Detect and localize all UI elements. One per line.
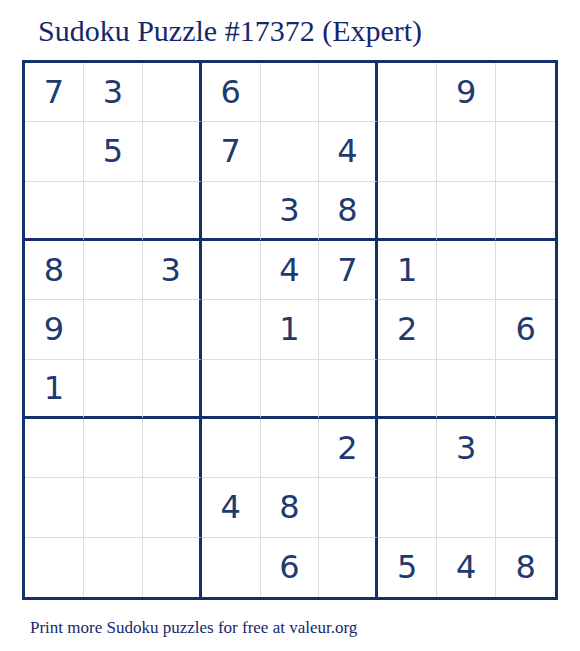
sudoku-cell-r6c8[interactable] (437, 360, 496, 419)
footer-text: Print more Sudoku puzzles for free at va… (30, 617, 357, 639)
sudoku-cell-r7c7[interactable] (378, 419, 437, 478)
sudoku-cell-r4c8[interactable] (437, 241, 496, 300)
sudoku-cell-r4c2[interactable] (84, 241, 143, 300)
sudoku-cell-r7c3[interactable] (143, 419, 202, 478)
sudoku-cell-r1c3[interactable] (143, 63, 202, 122)
sudoku-cell-r1c2: 3 (84, 63, 143, 122)
sudoku-cell-r2c4: 7 (202, 122, 261, 181)
sudoku-cell-r1c4: 6 (202, 63, 261, 122)
sudoku-cell-r4c7: 1 (378, 241, 437, 300)
sudoku-cell-r8c5: 8 (261, 478, 320, 537)
sudoku-cell-r1c8: 9 (437, 63, 496, 122)
sudoku-cell-r5c4[interactable] (202, 300, 261, 359)
sudoku-cell-r5c9: 6 (496, 300, 555, 359)
sudoku-cell-r5c8[interactable] (437, 300, 496, 359)
sudoku-cell-r2c2: 5 (84, 122, 143, 181)
sudoku-cell-r9c6[interactable] (319, 538, 378, 597)
sudoku-cell-r2c8[interactable] (437, 122, 496, 181)
sudoku-cell-r4c5: 4 (261, 241, 320, 300)
sudoku-cell-r1c5[interactable] (261, 63, 320, 122)
sudoku-cell-r9c5: 6 (261, 538, 320, 597)
sudoku-cell-r3c5: 3 (261, 182, 320, 241)
sudoku-cell-r3c7[interactable] (378, 182, 437, 241)
sudoku-cell-r8c3[interactable] (143, 478, 202, 537)
sudoku-cell-r1c9[interactable] (496, 63, 555, 122)
sudoku-cell-r2c9[interactable] (496, 122, 555, 181)
sudoku-cell-r2c3[interactable] (143, 122, 202, 181)
sudoku-cell-r7c8: 3 (437, 419, 496, 478)
sudoku-cell-r7c9[interactable] (496, 419, 555, 478)
sudoku-cell-r9c3[interactable] (143, 538, 202, 597)
sudoku-cell-r3c3[interactable] (143, 182, 202, 241)
sudoku-cell-r9c8: 4 (437, 538, 496, 597)
sudoku-cell-r4c3: 3 (143, 241, 202, 300)
sudoku-cell-r3c2[interactable] (84, 182, 143, 241)
sudoku-cell-r8c6[interactable] (319, 478, 378, 537)
sudoku-grid: 736957438834719126123486548 (22, 60, 558, 600)
sudoku-cell-r2c7[interactable] (378, 122, 437, 181)
sudoku-cell-r9c7: 5 (378, 538, 437, 597)
sudoku-cell-r7c4[interactable] (202, 419, 261, 478)
sudoku-cell-r2c1[interactable] (25, 122, 84, 181)
sudoku-cell-r6c1: 1 (25, 360, 84, 419)
sudoku-cell-r7c6: 2 (319, 419, 378, 478)
sudoku-cell-r9c2[interactable] (84, 538, 143, 597)
sudoku-cell-r8c1[interactable] (25, 478, 84, 537)
sudoku-cell-r8c9[interactable] (496, 478, 555, 537)
sudoku-cell-r4c4[interactable] (202, 241, 261, 300)
sudoku-cell-r1c6[interactable] (319, 63, 378, 122)
sudoku-cell-r6c7[interactable] (378, 360, 437, 419)
sudoku-cell-r8c4: 4 (202, 478, 261, 537)
sudoku-cell-r6c6[interactable] (319, 360, 378, 419)
sudoku-cell-r6c3[interactable] (143, 360, 202, 419)
sudoku-cell-r8c8[interactable] (437, 478, 496, 537)
sudoku-cell-r4c6: 7 (319, 241, 378, 300)
sudoku-cell-r6c5[interactable] (261, 360, 320, 419)
sudoku-cell-r4c9[interactable] (496, 241, 555, 300)
sudoku-page: Sudoku Puzzle #17372 (Expert) 7369574388… (0, 0, 580, 651)
sudoku-cell-r9c4[interactable] (202, 538, 261, 597)
sudoku-cell-r5c1: 9 (25, 300, 84, 359)
sudoku-cell-r1c7[interactable] (378, 63, 437, 122)
sudoku-cell-r1c1: 7 (25, 63, 84, 122)
sudoku-cell-r3c4[interactable] (202, 182, 261, 241)
sudoku-cell-r5c2[interactable] (84, 300, 143, 359)
sudoku-cell-r8c2[interactable] (84, 478, 143, 537)
sudoku-cell-r3c8[interactable] (437, 182, 496, 241)
sudoku-cell-r7c5[interactable] (261, 419, 320, 478)
sudoku-cell-r5c3[interactable] (143, 300, 202, 359)
sudoku-cell-r4c1: 8 (25, 241, 84, 300)
sudoku-cell-r3c6: 8 (319, 182, 378, 241)
sudoku-cell-r5c6[interactable] (319, 300, 378, 359)
page-title: Sudoku Puzzle #17372 (Expert) (38, 16, 422, 46)
sudoku-cell-r9c9: 8 (496, 538, 555, 597)
sudoku-cell-r5c7: 2 (378, 300, 437, 359)
sudoku-cell-r3c1[interactable] (25, 182, 84, 241)
sudoku-cell-r7c1[interactable] (25, 419, 84, 478)
sudoku-cell-r2c6: 4 (319, 122, 378, 181)
sudoku-cell-r8c7[interactable] (378, 478, 437, 537)
sudoku-cell-r6c2[interactable] (84, 360, 143, 419)
sudoku-cell-r9c1[interactable] (25, 538, 84, 597)
sudoku-cell-r6c9[interactable] (496, 360, 555, 419)
sudoku-cell-r3c9[interactable] (496, 182, 555, 241)
sudoku-cell-r2c5[interactable] (261, 122, 320, 181)
sudoku-cell-r7c2[interactable] (84, 419, 143, 478)
sudoku-cell-r6c4[interactable] (202, 360, 261, 419)
sudoku-cell-r5c5: 1 (261, 300, 320, 359)
